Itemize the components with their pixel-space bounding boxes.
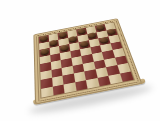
board-grid xyxy=(39,22,134,97)
product-photo xyxy=(0,0,160,121)
square-r7c7 xyxy=(119,71,133,82)
square-r7c0 xyxy=(41,86,53,97)
perspective-scene xyxy=(2,0,160,121)
checkers-board xyxy=(33,18,142,104)
board-orientation-wrapper xyxy=(2,0,160,121)
